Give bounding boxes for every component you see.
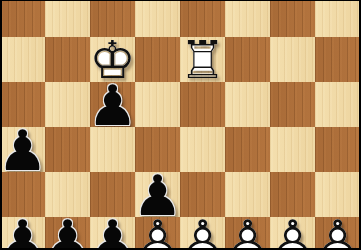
square-e7[interactable]: [180, 0, 225, 37]
square-d4[interactable]: [135, 127, 180, 172]
white-pawn-glyph: ♟: [225, 218, 270, 250]
white-pawn[interactable]: ♟♙: [270, 217, 315, 250]
black-pawn-glyph: ♟: [45, 218, 90, 250]
white-pawn-glyph: ♟: [180, 218, 225, 250]
board-edge-left: [0, 0, 2, 250]
white-pawn-outline: ♙: [225, 218, 270, 250]
square-b6[interactable]: [45, 37, 90, 82]
square-c2[interactable]: ♟: [90, 217, 135, 250]
square-b5[interactable]: [45, 82, 90, 127]
white-pawn-glyph: ♟: [315, 218, 360, 250]
square-d6[interactable]: [135, 37, 180, 82]
square-a7[interactable]: [0, 0, 45, 37]
white-pawn-outline: ♙: [180, 218, 225, 250]
white-pawn-outline: ♙: [270, 218, 315, 250]
square-e2[interactable]: ♟♙: [180, 217, 225, 250]
square-b2[interactable]: ♟: [45, 217, 90, 250]
square-c6[interactable]: ♚♔: [90, 37, 135, 82]
square-d3[interactable]: ♟: [135, 172, 180, 217]
square-g3[interactable]: [270, 172, 315, 217]
square-g5[interactable]: [270, 82, 315, 127]
square-h4[interactable]: [315, 127, 360, 172]
chess-board-screenshot: ♚♔♜♖♟♟♟♟♟♟♟♙♟♙♟♙♟♙♟♙: [0, 0, 361, 250]
square-c7[interactable]: [90, 0, 135, 37]
black-pawn[interactable]: ♟: [45, 217, 90, 250]
square-f7[interactable]: [225, 0, 270, 37]
square-f5[interactable]: [225, 82, 270, 127]
square-a3[interactable]: [0, 172, 45, 217]
white-rook-outline: ♖: [180, 37, 225, 82]
square-a5[interactable]: [0, 82, 45, 127]
black-pawn[interactable]: ♟: [90, 217, 135, 250]
square-h6[interactable]: [315, 37, 360, 82]
white-king[interactable]: ♚♔: [90, 37, 135, 82]
square-c3[interactable]: [90, 172, 135, 217]
black-pawn[interactable]: ♟: [0, 217, 45, 250]
square-c5[interactable]: ♟: [90, 82, 135, 127]
white-king-glyph: ♚: [90, 37, 135, 82]
square-d7[interactable]: [135, 0, 180, 37]
white-rook-glyph: ♜: [180, 37, 225, 82]
white-king-outline: ♔: [90, 37, 135, 82]
black-pawn-glyph: ♟: [90, 83, 135, 128]
white-pawn-glyph: ♟: [270, 218, 315, 250]
square-h5[interactable]: [315, 82, 360, 127]
black-pawn[interactable]: ♟: [0, 127, 45, 172]
white-pawn[interactable]: ♟♙: [315, 217, 360, 250]
square-c4[interactable]: [90, 127, 135, 172]
white-pawn-outline: ♙: [135, 218, 180, 250]
white-pawn[interactable]: ♟♙: [135, 217, 180, 250]
square-f2[interactable]: ♟♙: [225, 217, 270, 250]
square-a6[interactable]: [0, 37, 45, 82]
square-g7[interactable]: [270, 0, 315, 37]
board-edge-top: [0, 0, 361, 1]
black-pawn-glyph: ♟: [135, 173, 180, 218]
square-b7[interactable]: [45, 0, 90, 37]
square-d5[interactable]: [135, 82, 180, 127]
square-e6[interactable]: ♜♖: [180, 37, 225, 82]
square-h2[interactable]: ♟♙: [315, 217, 360, 250]
square-b3[interactable]: [45, 172, 90, 217]
square-e5[interactable]: [180, 82, 225, 127]
square-h7[interactable]: [315, 0, 360, 37]
square-d2[interactable]: ♟♙: [135, 217, 180, 250]
square-e3[interactable]: [180, 172, 225, 217]
square-f4[interactable]: [225, 127, 270, 172]
white-pawn-outline: ♙: [315, 218, 360, 250]
square-e4[interactable]: [180, 127, 225, 172]
square-a2[interactable]: ♟: [0, 217, 45, 250]
black-pawn-glyph: ♟: [0, 128, 45, 173]
black-pawn[interactable]: ♟: [90, 82, 135, 127]
black-pawn-glyph: ♟: [90, 218, 135, 250]
white-pawn[interactable]: ♟♙: [225, 217, 270, 250]
square-b4[interactable]: [45, 127, 90, 172]
square-g2[interactable]: ♟♙: [270, 217, 315, 250]
black-pawn-glyph: ♟: [0, 218, 45, 250]
square-f6[interactable]: [225, 37, 270, 82]
black-pawn[interactable]: ♟: [135, 172, 180, 217]
square-a4[interactable]: ♟: [0, 127, 45, 172]
square-h3[interactable]: [315, 172, 360, 217]
white-pawn[interactable]: ♟♙: [180, 217, 225, 250]
square-g4[interactable]: [270, 127, 315, 172]
square-f3[interactable]: [225, 172, 270, 217]
board-grid: ♚♔♜♖♟♟♟♟♟♟♟♙♟♙♟♙♟♙♟♙: [0, 0, 360, 250]
square-g6[interactable]: [270, 37, 315, 82]
white-rook[interactable]: ♜♖: [180, 37, 225, 82]
white-pawn-glyph: ♟: [135, 218, 180, 250]
